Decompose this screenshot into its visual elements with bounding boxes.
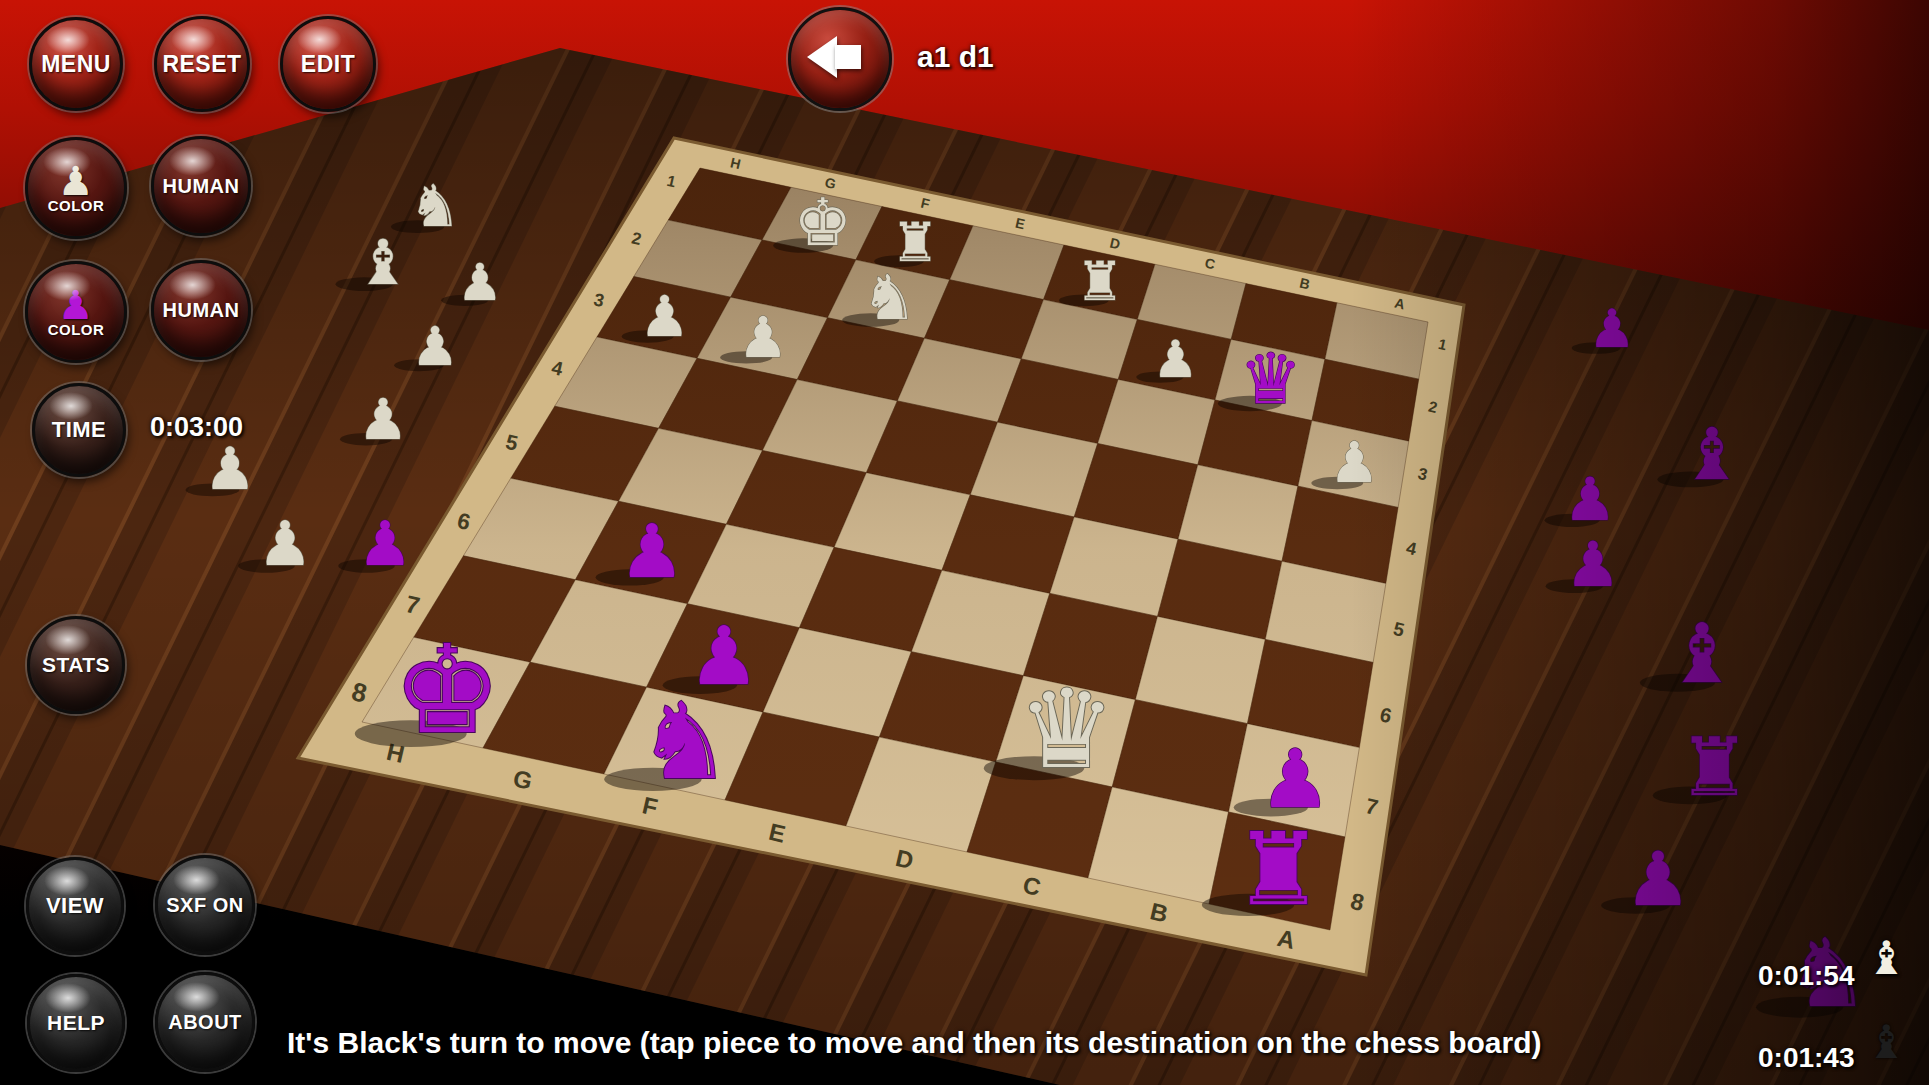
black-clock: 0:01:43 (1758, 1042, 1855, 1074)
right-shadow (0, 0, 1929, 1085)
stats-button[interactable]: STATS (27, 616, 125, 714)
white-clock: 0:01:54 (1758, 960, 1855, 992)
help-button[interactable]: HELP (27, 974, 125, 1072)
white-pawn-icon: ♟ (58, 163, 94, 199)
last-move-label: a1 d1 (917, 40, 994, 74)
menu-button[interactable]: MENU (29, 17, 123, 111)
black-player-human-button[interactable]: HUMAN (151, 260, 251, 360)
edit-button[interactable]: EDIT (280, 16, 376, 112)
back-arrow-icon (807, 36, 837, 78)
white-player-human-button[interactable]: HUMAN (151, 136, 251, 236)
view-button[interactable]: VIEW (26, 857, 124, 955)
time-button[interactable]: TIME (32, 383, 126, 477)
black-color-button[interactable]: ♟ COLOR (25, 261, 127, 363)
reset-button[interactable]: RESET (154, 16, 250, 112)
sxf-toggle-button[interactable]: SXF ON (155, 855, 255, 955)
white-clock-piece-icon: ♝ (1866, 938, 1907, 979)
app-root: 1122334455667788HHGGFFEEDDCCBBAA♞♚♜♝♜♟♞♟… (0, 0, 1929, 1085)
time-control-value: 0:03:00 (150, 412, 243, 443)
black-clock-piece-icon: ♝ (1866, 1022, 1907, 1063)
status-message: It's Black's turn to move (tap piece to … (287, 1026, 1541, 1060)
purple-pawn-icon: ♟ (58, 287, 94, 323)
about-button[interactable]: ABOUT (155, 972, 255, 1072)
undo-move-button[interactable] (788, 7, 892, 111)
white-color-button[interactable]: ♟ COLOR (25, 137, 127, 239)
